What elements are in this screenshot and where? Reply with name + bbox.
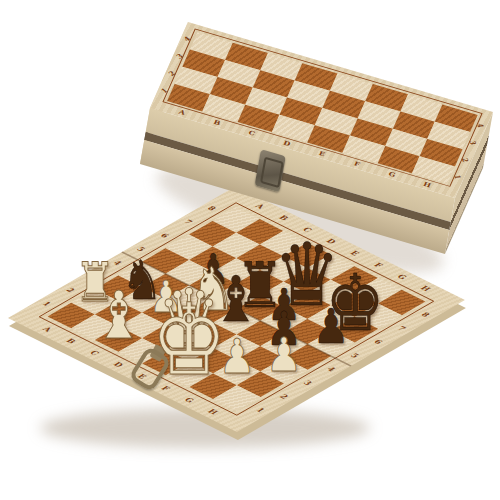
file-label-top: H	[419, 285, 433, 293]
file-label-top: E	[348, 250, 361, 257]
rank-label-right: 3	[302, 379, 314, 386]
box-file-label: A	[178, 108, 187, 116]
rank-label-right: 2	[278, 393, 290, 400]
file-label-top: A	[254, 203, 267, 210]
piece-white-pawn[interactable]: ♟	[266, 331, 302, 378]
box-rank-label-right: 4	[475, 123, 486, 128]
rank-label-right: 8	[420, 311, 432, 318]
file-label-bottom: G	[182, 396, 195, 403]
box-file-label: E	[318, 149, 327, 157]
rank-label-right: 5	[349, 352, 361, 359]
box-clasp-loop-icon	[260, 157, 284, 189]
piece-black-pawn[interactable]: ♟	[313, 303, 350, 351]
file-label-top: B	[277, 214, 290, 221]
rank-label-right: 4	[325, 366, 337, 373]
piece-white-bishop[interactable]: ♝	[93, 283, 143, 349]
box-file-label: D	[282, 139, 292, 148]
file-label-top: G	[395, 273, 408, 280]
rank-label-left: 6	[159, 232, 171, 239]
file-label-bottom: A	[41, 326, 54, 333]
box-rank-label-right: 2	[460, 157, 471, 162]
rank-label-left: 8	[206, 205, 218, 212]
file-label-bottom: D	[111, 361, 125, 368]
piece-white-king[interactable]: ♚	[152, 290, 227, 389]
box-file-label: B	[212, 118, 221, 127]
chess-set-scene: AABBCCDDEEFFGGHH1122334455667788 ABCDEFG…	[0, 0, 500, 500]
rank-label-right: 7	[396, 325, 408, 332]
file-label-bottom: B	[64, 338, 77, 345]
rank-label-right: 1	[255, 407, 267, 414]
box-file-label: F	[353, 160, 361, 168]
rank-label-left: 7	[182, 218, 194, 225]
box-file-label: H	[422, 180, 432, 189]
rank-label-left: 1	[41, 300, 53, 307]
box-file-label: G	[387, 170, 396, 179]
box-file-label: C	[248, 129, 257, 137]
file-label-bottom: H	[206, 408, 220, 416]
box-rank-label-right: 1	[452, 175, 463, 180]
box-rank-label-right: 3	[467, 140, 478, 145]
